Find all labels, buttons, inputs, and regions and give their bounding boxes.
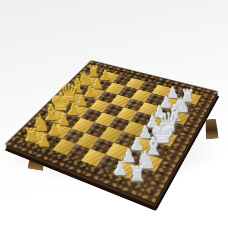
chess-board: ♜♟♟♜♞♟♟♞♝♟♟♝♛♟♟♛♚♟♟♚♝♟♟♝♞♟♟♞♜♟♟♜	[6, 61, 218, 203]
scene-tilt: ♜♟♟♜♞♟♟♞♝♟♟♝♛♟♟♛♚♟♟♚♝♟♟♝♞♟♟♞♜♟♟♜	[0, 0, 228, 228]
pawn-glyph: ♟	[112, 161, 128, 179]
perspective-scene: ♜♟♟♜♞♟♟♞♝♟♟♝♛♟♟♛♚♟♟♚♝♟♟♝♞♟♟♞♜♟♟♜	[0, 0, 228, 228]
product-photo: ♜♟♟♜♞♟♟♞♝♟♟♝♛♟♟♛♚♟♟♚♝♟♟♝♞♟♟♞♜♟♟♜	[0, 0, 228, 228]
pawn-glyph: ♟	[37, 134, 51, 150]
rook-glyph: ♜	[128, 165, 146, 185]
